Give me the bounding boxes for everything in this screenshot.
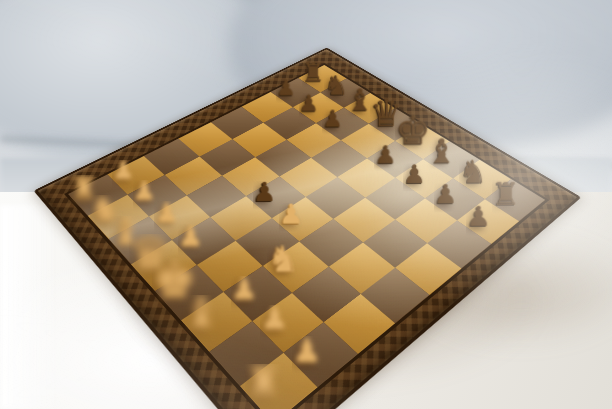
black-pawn-h7[interactable]: ♟ xyxy=(466,205,491,228)
black-pawn-e7[interactable]: ♟ xyxy=(374,144,396,165)
white-bishop-f1[interactable]: ♝ xyxy=(183,295,221,331)
carved-wood-border: ♜♞♝♛♚♝♞♜♟♟♟♟♟♟♟♟♟♞♟♟♟♟♟♟♟♜♞♝♛♚♝♜ xyxy=(34,48,582,409)
board-scene: ♜♞♝♛♚♝♞♜♟♟♟♟♟♟♟♟♟♞♟♟♟♟♟♟♟♜♞♝♛♚♝♜ xyxy=(0,0,612,409)
white-rook-h1[interactable]: ♜ xyxy=(245,364,282,399)
white-pawn-a2[interactable]: ♟ xyxy=(112,160,135,182)
white-knight-f3[interactable]: ♞ xyxy=(267,244,299,275)
chess-board: ♜♞♝♛♚♝♞♜♟♟♟♟♟♟♟♟♟♞♟♟♟♟♟♟♟♜♞♝♛♚♝♜ xyxy=(68,65,545,409)
square-h8[interactable]: ♜ xyxy=(485,179,545,221)
black-knight-g8[interactable]: ♞ xyxy=(459,159,487,186)
black-pawn-f7[interactable]: ♟ xyxy=(403,163,426,185)
photo-scene: ♜♞♝♛♚♝♞♜♟♟♟♟♟♟♟♟♟♞♟♟♟♟♟♟♟♜♞♝♛♚♝♜ xyxy=(0,0,612,409)
black-bishop-f8[interactable]: ♝ xyxy=(427,137,457,165)
white-pawn-e4[interactable]: ♟ xyxy=(279,203,303,226)
black-pawn-a7[interactable]: ♟ xyxy=(276,78,296,97)
white-pawn-c2[interactable]: ♟ xyxy=(154,201,178,224)
black-pawn-d4[interactable]: ♟ xyxy=(252,181,276,203)
white-pawn-f2[interactable]: ♟ xyxy=(230,276,257,302)
chess-board-3d: ♜♞♝♛♚♝♞♜♟♟♟♟♟♟♟♟♟♞♟♟♟♟♟♟♟♜♞♝♛♚♝♜ xyxy=(34,48,582,409)
white-pawn-b2[interactable]: ♟ xyxy=(132,180,156,202)
white-pawn-h2[interactable]: ♟ xyxy=(292,336,322,364)
black-knight-b8[interactable]: ♞ xyxy=(324,75,348,98)
black-rook-a8[interactable]: ♜ xyxy=(302,61,325,83)
black-rook-h8[interactable]: ♜ xyxy=(492,180,520,207)
black-pawn-c7[interactable]: ♟ xyxy=(322,109,343,129)
black-pawn-b7[interactable]: ♟ xyxy=(299,93,319,112)
white-pawn-g2[interactable]: ♟ xyxy=(260,305,288,332)
white-pawn-d2[interactable]: ♟ xyxy=(178,224,203,248)
black-pawn-g7[interactable]: ♟ xyxy=(433,183,457,206)
black-king-e8[interactable]: ♚ xyxy=(395,113,431,147)
